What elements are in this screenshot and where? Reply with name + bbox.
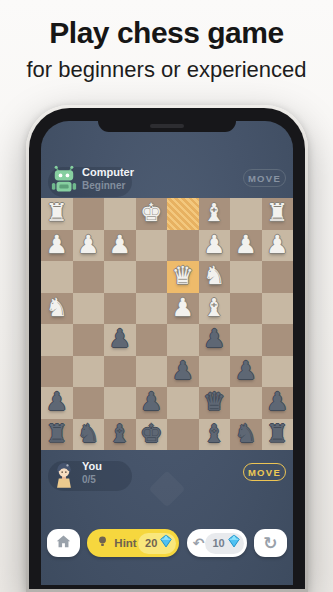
restart-arrow-icon: ↻	[263, 535, 277, 552]
square-e4[interactable]	[136, 293, 168, 325]
player-score: 0/5	[82, 474, 96, 485]
square-e3[interactable]	[136, 261, 168, 293]
square-h6[interactable]	[41, 356, 73, 388]
hint-count-pill: 20	[138, 533, 176, 554]
piece-black-pawn: ♟	[230, 356, 262, 388]
square-a7[interactable]: ♟	[262, 387, 294, 419]
square-e7[interactable]: ♟	[136, 387, 168, 419]
square-a8[interactable]: ♜	[262, 419, 294, 451]
square-f3[interactable]	[104, 261, 136, 293]
speaker-slot	[150, 124, 184, 128]
piece-black-pawn: ♟	[104, 324, 136, 356]
page-title: Play chess game	[0, 16, 333, 50]
player-move-button[interactable]: MOVE	[243, 463, 286, 481]
restart-button[interactable]: ↻	[254, 529, 287, 557]
piece-white-pawn: ♟	[199, 230, 231, 262]
piece-black-pawn: ♟	[41, 387, 73, 419]
person-avatar-icon	[50, 459, 78, 489]
undo-count: 10	[212, 537, 224, 549]
square-h1[interactable]: ♜	[41, 198, 73, 230]
square-a2[interactable]: ♟	[262, 230, 294, 262]
piece-black-pawn: ♟	[262, 387, 294, 419]
square-c2[interactable]: ♟	[199, 230, 231, 262]
player-row: You 0/5 MOVE	[41, 457, 293, 493]
square-h4[interactable]: ♞	[41, 293, 73, 325]
undo-count-pill: 10	[205, 533, 243, 554]
square-h5[interactable]	[41, 324, 73, 356]
square-d2[interactable]	[167, 230, 199, 262]
square-b1[interactable]	[230, 198, 262, 230]
page-subtitle: for beginners or experienced	[0, 57, 333, 83]
piece-white-pawn: ♟	[262, 230, 294, 262]
square-h2[interactable]: ♟	[41, 230, 73, 262]
phone-notch	[98, 121, 236, 132]
undo-button[interactable]: ↶ 10	[187, 529, 247, 557]
home-button[interactable]	[47, 529, 80, 557]
square-g1[interactable]	[73, 198, 105, 230]
piece-white-knight: ♞	[41, 293, 73, 325]
piece-white-bishop: ♝	[199, 293, 231, 325]
opponent-row: Computer Beginner MOVE	[41, 163, 293, 199]
square-c4[interactable]: ♝	[199, 293, 231, 325]
player-name: You	[82, 460, 102, 472]
gem-icon	[227, 534, 241, 552]
square-h8[interactable]: ♜	[41, 419, 73, 451]
piece-black-rook: ♜	[262, 419, 294, 451]
opponent-name: Computer	[82, 166, 134, 178]
opponent-move-button: MOVE	[243, 169, 286, 187]
square-f6[interactable]	[104, 356, 136, 388]
square-d7[interactable]	[167, 387, 199, 419]
lightbulb-icon	[95, 534, 110, 553]
piece-black-bishop: ♝	[199, 419, 231, 451]
square-e5[interactable]	[136, 324, 168, 356]
square-a4[interactable]	[262, 293, 294, 325]
square-a5[interactable]	[262, 324, 294, 356]
phone-mockup: Computer Beginner MOVE ♜♚♝♜♟♟♟♟♟♟♛♞♞♟♝♟♟…	[26, 105, 308, 592]
bottom-toolbar: Hint 20 ↶	[41, 528, 293, 558]
hint-button[interactable]: Hint 20	[87, 529, 179, 557]
square-h7[interactable]: ♟	[41, 387, 73, 419]
square-f5[interactable]: ♟	[104, 324, 136, 356]
house-icon	[55, 533, 72, 554]
square-b7[interactable]	[230, 387, 262, 419]
square-e6[interactable]	[136, 356, 168, 388]
hint-count: 20	[145, 537, 157, 549]
piece-white-pawn: ♟	[104, 230, 136, 262]
square-f8[interactable]: ♝	[104, 419, 136, 451]
square-g8[interactable]: ♞	[73, 419, 105, 451]
piece-black-queen: ♛	[199, 387, 231, 419]
piece-black-pawn: ♟	[136, 387, 168, 419]
square-c1[interactable]: ♝	[199, 198, 231, 230]
piece-white-rook: ♜	[41, 198, 73, 230]
piece-black-king: ♚	[136, 419, 168, 451]
square-d3[interactable]: ♛	[167, 261, 199, 293]
square-g4[interactable]	[73, 293, 105, 325]
piece-white-pawn: ♟	[73, 230, 105, 262]
square-c7[interactable]: ♛	[199, 387, 231, 419]
square-a3[interactable]	[262, 261, 294, 293]
square-g3[interactable]	[73, 261, 105, 293]
piece-black-rook: ♜	[41, 419, 73, 451]
square-c5[interactable]: ♟	[199, 324, 231, 356]
square-e2[interactable]	[136, 230, 168, 262]
piece-white-bishop: ♝	[199, 198, 231, 230]
square-c6[interactable]	[199, 356, 231, 388]
square-c8[interactable]: ♝	[199, 419, 231, 451]
robot-avatar-icon	[50, 165, 78, 195]
square-b3[interactable]	[230, 261, 262, 293]
square-a6[interactable]	[262, 356, 294, 388]
piece-black-knight: ♞	[73, 419, 105, 451]
gem-icon	[159, 534, 173, 552]
piece-white-knight: ♞	[199, 261, 231, 293]
square-d1[interactable]	[167, 198, 199, 230]
square-f4[interactable]	[104, 293, 136, 325]
square-d5[interactable]	[167, 324, 199, 356]
square-e8[interactable]: ♚	[136, 419, 168, 451]
square-g7[interactable]	[73, 387, 105, 419]
square-c3[interactable]: ♞	[199, 261, 231, 293]
undo-arrow-icon: ↶	[193, 536, 205, 550]
square-f7[interactable]	[104, 387, 136, 419]
opponent-level: Beginner	[82, 180, 125, 191]
square-e1[interactable]: ♚	[136, 198, 168, 230]
square-f1[interactable]	[104, 198, 136, 230]
hint-label: Hint	[114, 537, 136, 549]
piece-white-rook: ♜	[262, 198, 294, 230]
square-b6[interactable]: ♟	[230, 356, 262, 388]
square-d8[interactable]	[167, 419, 199, 451]
piece-white-king: ♚	[136, 198, 168, 230]
piece-white-pawn: ♟	[230, 230, 262, 262]
piece-white-pawn: ♟	[41, 230, 73, 262]
square-d4[interactable]: ♟	[167, 293, 199, 325]
phone-bezel: Computer Beginner MOVE ♜♚♝♜♟♟♟♟♟♟♛♞♞♟♝♟♟…	[29, 108, 305, 589]
piece-black-knight: ♞	[230, 419, 262, 451]
piece-white-pawn: ♟	[167, 293, 199, 325]
square-g6[interactable]	[73, 356, 105, 388]
square-d6[interactable]: ♟	[167, 356, 199, 388]
square-a1[interactable]: ♜	[262, 198, 294, 230]
square-b2[interactable]: ♟	[230, 230, 262, 262]
square-f2[interactable]: ♟	[104, 230, 136, 262]
app-screen: Computer Beginner MOVE ♜♚♝♜♟♟♟♟♟♟♛♞♞♟♝♟♟…	[41, 121, 293, 585]
chess-board[interactable]: ♜♚♝♜♟♟♟♟♟♟♛♞♞♟♝♟♟♟♟♟♟♛♟♜♞♝♚♝♞♜	[41, 198, 293, 450]
square-g5[interactable]	[73, 324, 105, 356]
piece-black-bishop: ♝	[104, 419, 136, 451]
piece-black-pawn: ♟	[167, 356, 199, 388]
square-g2[interactable]: ♟	[73, 230, 105, 262]
piece-white-queen: ♛	[167, 261, 199, 293]
square-b5[interactable]	[230, 324, 262, 356]
square-b4[interactable]	[230, 293, 262, 325]
square-h3[interactable]	[41, 261, 73, 293]
square-b8[interactable]: ♞	[230, 419, 262, 451]
piece-black-pawn: ♟	[199, 324, 231, 356]
